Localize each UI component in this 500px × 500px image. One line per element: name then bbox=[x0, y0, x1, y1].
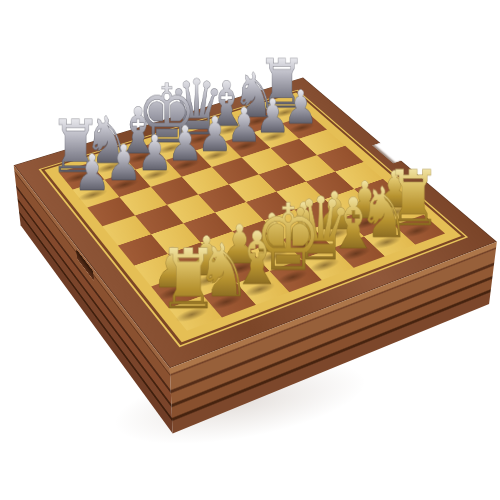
scene: ♜♞♝♚♛♝♞♜♟♟♟♟♟♟♟♟♟♟♟♟♟♟♟♟♜♞♝♚♛♝♞♜ bbox=[0, 0, 500, 500]
square-h1[interactable]: ♜ bbox=[169, 296, 222, 331]
chess-box: ♜♞♝♚♛♝♞♜♟♟♟♟♟♟♟♟♟♟♟♟♟♟♟♟♜♞♝♚♛♝♞♜ bbox=[14, 77, 497, 368]
square-e5[interactable] bbox=[198, 184, 246, 212]
